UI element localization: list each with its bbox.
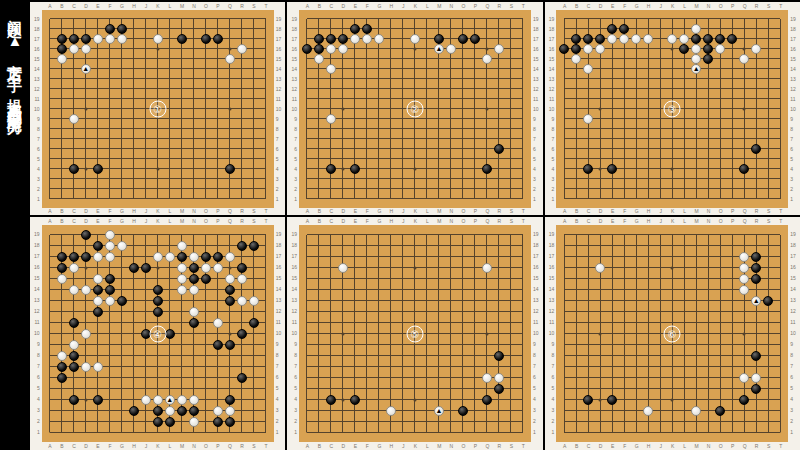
coord-label: 2 (289, 184, 299, 194)
board-point (337, 184, 349, 194)
board-point (630, 416, 642, 427)
board-point (690, 164, 702, 174)
board-point (409, 164, 421, 174)
board-point (212, 416, 224, 427)
board-point (714, 339, 726, 350)
board-point (260, 328, 272, 339)
board-point (606, 416, 618, 427)
board-point (726, 44, 738, 54)
board-point (690, 124, 702, 134)
board-point (678, 229, 690, 240)
board-point (594, 295, 606, 306)
board-point (594, 84, 606, 94)
board-point (690, 372, 702, 383)
board-point (68, 34, 80, 44)
board-point (337, 317, 349, 328)
board-point (116, 361, 128, 372)
board-point (505, 34, 517, 44)
coord-label: L (679, 443, 691, 449)
black-stone (494, 144, 504, 154)
board-point (558, 240, 570, 251)
board-point (445, 164, 457, 174)
board-point (570, 251, 582, 262)
go-board-5: ABCDEFGHJKLMNOPQRST191817161514131211109… (287, 217, 542, 450)
board-point (702, 240, 714, 251)
white-stone (201, 263, 211, 273)
board-point (44, 273, 56, 284)
board-point (654, 54, 666, 64)
board-point (750, 273, 762, 284)
star-point (485, 47, 488, 50)
board-point (666, 416, 678, 427)
board-point (373, 154, 385, 164)
board-point (248, 74, 260, 84)
board-point (582, 427, 594, 438)
board-point (56, 361, 68, 372)
board-point (212, 383, 224, 394)
board-point (606, 394, 618, 405)
board-point (678, 84, 690, 94)
board-point (200, 124, 212, 134)
coord-label: 17 (32, 251, 42, 262)
board-point (337, 394, 349, 405)
board-point (200, 74, 212, 84)
board-point (666, 74, 678, 84)
board-point (56, 104, 68, 114)
board-point (361, 54, 373, 64)
star-point (413, 47, 416, 50)
board-point (750, 262, 762, 273)
board-point (505, 174, 517, 184)
board-point (690, 184, 702, 194)
coord-label: 16 (274, 262, 284, 273)
coord-label: 1 (547, 194, 557, 204)
go-board-4: ABCDEFGHJKLMNOPQRST191817161514131211109… (30, 217, 285, 450)
board-point (260, 24, 272, 34)
coord-label: 11 (547, 317, 557, 328)
coord-label: 6 (289, 372, 299, 383)
board-point (570, 64, 582, 74)
board-point (762, 124, 774, 134)
board-point (517, 295, 529, 306)
board-point (594, 64, 606, 74)
board-point (726, 94, 738, 104)
board-point (44, 284, 56, 295)
board-point (421, 405, 433, 416)
board-point (618, 317, 630, 328)
board-point (642, 339, 654, 350)
board-point (481, 194, 493, 204)
coord-label: 14 (788, 284, 798, 295)
board-point (558, 34, 570, 44)
board-point (738, 154, 750, 164)
board-point (630, 104, 642, 114)
coord-label: 7 (289, 134, 299, 144)
board-point (409, 14, 421, 24)
black-stone (583, 34, 593, 44)
coord-label: 18 (531, 24, 541, 34)
board-point (236, 44, 248, 54)
coord-label: 15 (32, 273, 42, 284)
board-point (92, 372, 104, 383)
board-point (44, 240, 56, 251)
board-point (92, 383, 104, 394)
coord-label: 8 (289, 124, 299, 134)
board-point (301, 24, 313, 34)
board-point (349, 328, 361, 339)
black-stone (326, 395, 336, 405)
board-point (738, 114, 750, 124)
board-point (594, 262, 606, 273)
coord-label: J (397, 443, 409, 449)
white-stone (105, 252, 115, 262)
board-point (409, 74, 421, 84)
board-point (385, 317, 397, 328)
board-point (248, 273, 260, 284)
coord-label: 5 (547, 154, 557, 164)
black-stone (225, 417, 235, 427)
board-point (313, 394, 325, 405)
board-point (176, 74, 188, 84)
board-point (570, 372, 582, 383)
coord-label: T (260, 208, 272, 214)
board-point (325, 134, 337, 144)
board-point (313, 104, 325, 114)
board-point (224, 174, 236, 184)
board-point (260, 134, 272, 144)
board-point (56, 339, 68, 350)
board-point (750, 416, 762, 427)
coord-label: 19 (547, 229, 557, 240)
board-point (678, 164, 690, 174)
board-point (481, 94, 493, 104)
board-point (642, 14, 654, 24)
board-point (140, 427, 152, 438)
board-point (224, 405, 236, 416)
coord-label: 10 (547, 104, 557, 114)
board-point (469, 164, 481, 174)
board-point (313, 114, 325, 124)
board-point (738, 284, 750, 295)
board-point: ④ (152, 328, 164, 339)
coord-label: P (469, 443, 481, 449)
board-point (164, 284, 176, 295)
board-point (433, 54, 445, 64)
board-point (690, 229, 702, 240)
board-point (44, 154, 56, 164)
white-stone (482, 373, 492, 383)
board-point (558, 24, 570, 34)
board-point (481, 251, 493, 262)
board-point (373, 394, 385, 405)
board-point (176, 427, 188, 438)
board-point (92, 174, 104, 184)
board-point (56, 134, 68, 144)
board-point (445, 306, 457, 317)
board-point (702, 44, 714, 54)
coord-label: 9 (32, 339, 42, 350)
board-point (690, 251, 702, 262)
board-point (457, 317, 469, 328)
board-point (260, 44, 272, 54)
board-point (349, 273, 361, 284)
board-point (152, 240, 164, 251)
board-point (68, 174, 80, 184)
coord-label: M (691, 443, 703, 449)
white-stone (362, 34, 372, 44)
coord-label: 9 (788, 114, 798, 124)
board-point (421, 164, 433, 174)
white-stone (81, 362, 91, 372)
board-point (236, 372, 248, 383)
board-point (236, 317, 248, 328)
board-point (421, 273, 433, 284)
coord-label: 3 (531, 405, 541, 416)
board-point (104, 416, 116, 427)
board-point (301, 339, 313, 350)
board-point (373, 174, 385, 184)
board-point (361, 144, 373, 154)
board-point (505, 184, 517, 194)
coord-label: 13 (531, 74, 541, 84)
board-point (421, 44, 433, 54)
board-point (469, 372, 481, 383)
board-point (457, 405, 469, 416)
board-point (212, 164, 224, 174)
board-number-label: ② (406, 100, 423, 117)
black-stone (470, 34, 480, 44)
board-point (212, 273, 224, 284)
board-point (714, 44, 726, 54)
board-point (493, 94, 505, 104)
board-point (56, 144, 68, 154)
black-stone (458, 34, 468, 44)
board-point (80, 372, 92, 383)
board-point (212, 350, 224, 361)
board-point (445, 84, 457, 94)
black-stone (201, 252, 211, 262)
board-point (726, 14, 738, 24)
board-point (481, 34, 493, 44)
board-point (618, 104, 630, 114)
board-point (582, 251, 594, 262)
board-point (200, 306, 212, 317)
board-point (678, 405, 690, 416)
board-point (517, 251, 529, 262)
board-point (236, 361, 248, 372)
board-point (188, 427, 200, 438)
black-stone (739, 164, 749, 174)
board-point (481, 427, 493, 438)
board-point (200, 144, 212, 154)
board-point (224, 350, 236, 361)
black-stone (69, 362, 79, 372)
board-point (774, 94, 786, 104)
board-point (505, 328, 517, 339)
board-point (738, 74, 750, 84)
white-stone (225, 252, 235, 262)
board-point (618, 383, 630, 394)
board-point (594, 306, 606, 317)
board-point (421, 251, 433, 262)
board-point (517, 317, 529, 328)
board-point (750, 240, 762, 251)
board-point (68, 339, 80, 350)
board-point (68, 317, 80, 328)
board-point (726, 154, 738, 164)
board-point (702, 416, 714, 427)
board-point (594, 229, 606, 240)
board-point (92, 154, 104, 164)
board-point (421, 174, 433, 184)
board-point (558, 124, 570, 134)
board-point (594, 34, 606, 44)
board-point (606, 14, 618, 24)
coord-label: 5 (788, 154, 798, 164)
board-point (558, 154, 570, 164)
board-point (349, 14, 361, 24)
white-stone (494, 373, 504, 383)
coord-label: 5 (32, 383, 42, 394)
board-point (313, 240, 325, 251)
board-point (570, 306, 582, 317)
board-point (457, 306, 469, 317)
board-point (505, 164, 517, 174)
board-point (104, 84, 116, 94)
board-point (570, 273, 582, 284)
board-point (68, 416, 80, 427)
board-point (594, 14, 606, 24)
board-point (224, 273, 236, 284)
board-point (116, 54, 128, 64)
board-point (349, 54, 361, 64)
board-point (666, 229, 678, 240)
board-point (200, 34, 212, 44)
board-point (654, 134, 666, 144)
coord-label: R (236, 443, 248, 449)
coord-label: 10 (531, 328, 541, 339)
board-point (128, 372, 140, 383)
board-point (642, 273, 654, 284)
board-point (630, 262, 642, 273)
board-point (128, 34, 140, 44)
board-point (301, 144, 313, 154)
board-point (236, 164, 248, 174)
board-point (397, 262, 409, 273)
board-point (481, 74, 493, 84)
board-point (373, 84, 385, 94)
board-point (421, 24, 433, 34)
board-point (409, 194, 421, 204)
board-point (104, 54, 116, 64)
board-point (92, 104, 104, 114)
board-point (457, 339, 469, 350)
white-stone (386, 406, 396, 416)
coord-label: J (655, 208, 667, 214)
board-point (517, 184, 529, 194)
board-point (140, 317, 152, 328)
board-point (445, 14, 457, 24)
board-point (373, 372, 385, 383)
board-point (224, 114, 236, 124)
board-point (68, 84, 80, 94)
board-point (702, 114, 714, 124)
board-point (44, 134, 56, 144)
row-labels-right: 19181716151413121110987654321 (274, 229, 284, 438)
board-point (92, 273, 104, 284)
black-stone (583, 164, 593, 174)
board-point (457, 328, 469, 339)
board-point (738, 416, 750, 427)
board-point (445, 240, 457, 251)
board-point (457, 94, 469, 104)
star-point (84, 266, 87, 269)
board-point (188, 174, 200, 184)
board-point (654, 174, 666, 184)
board-point (606, 383, 618, 394)
board-point (570, 34, 582, 44)
board-point (397, 284, 409, 295)
white-stone (177, 263, 187, 273)
board-point (152, 350, 164, 361)
board-point (212, 328, 224, 339)
board-point (654, 317, 666, 328)
board-point (738, 94, 750, 104)
coord-label: 12 (274, 306, 284, 317)
coord-label: 18 (547, 24, 557, 34)
board-point (606, 295, 618, 306)
board-point (606, 154, 618, 164)
white-stone (631, 34, 641, 44)
board-point (678, 361, 690, 372)
board-point (762, 54, 774, 64)
board-point (678, 372, 690, 383)
board-point (260, 114, 272, 124)
board-point (594, 339, 606, 350)
coord-label: 9 (547, 339, 557, 350)
coord-label: R (493, 208, 505, 214)
coord-label: 16 (274, 44, 284, 54)
board-point (68, 164, 80, 174)
board-point (325, 64, 337, 74)
coord-label: 19 (274, 229, 284, 240)
board-point (128, 14, 140, 24)
coord-label: 13 (32, 295, 42, 306)
board-point (301, 164, 313, 174)
board-point (690, 317, 702, 328)
board-point (433, 328, 445, 339)
board-point (469, 194, 481, 204)
board-point (421, 416, 433, 427)
board-point (666, 64, 678, 74)
board-point (385, 194, 397, 204)
board-point (505, 350, 517, 361)
column-labels-bottom: ABCDEFGHJKLMNOPQRST (301, 443, 540, 449)
board-point (236, 74, 248, 84)
board-point (116, 34, 128, 44)
black-stone (201, 34, 211, 44)
column-labels-bottom: ABCDEFGHJKLMNOPQRST (559, 443, 798, 449)
white-stone (57, 274, 67, 284)
board-point (56, 427, 68, 438)
board-point (116, 104, 128, 114)
coord-label: 14 (531, 284, 541, 295)
board-point (558, 416, 570, 427)
board-point (469, 262, 481, 273)
board-point (212, 144, 224, 154)
board-point (224, 14, 236, 24)
board-point (248, 383, 260, 394)
